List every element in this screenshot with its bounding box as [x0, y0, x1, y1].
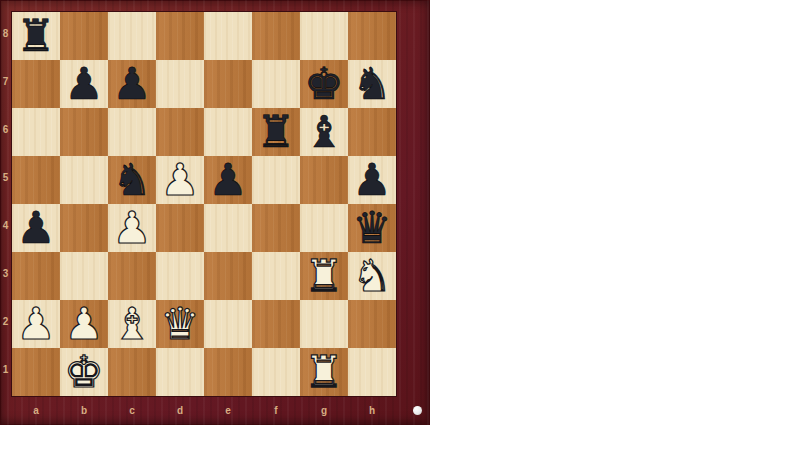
square-e6[interactable] [204, 108, 252, 156]
square-c8[interactable] [108, 12, 156, 60]
rank-label-3: 3 [0, 252, 11, 300]
black-knight-c5: ♞ [108, 156, 156, 204]
square-d8[interactable] [156, 12, 204, 60]
square-a2[interactable]: ♟ [12, 300, 60, 348]
square-c2[interactable]: ♝ [108, 300, 156, 348]
black-knight-h7: ♞ [348, 60, 396, 108]
square-a1[interactable] [12, 348, 60, 396]
white-pawn-b2: ♟ [60, 300, 108, 348]
rank-label-4: 4 [0, 204, 11, 252]
black-pawn-a4: ♟ [12, 204, 60, 252]
file-labels: abcdefgh [12, 399, 396, 423]
white-king-b1: ♚ [60, 348, 108, 396]
black-king-g7: ♚ [300, 60, 348, 108]
square-f6[interactable]: ♜ [252, 108, 300, 156]
square-f4[interactable] [252, 204, 300, 252]
white-to-move-indicator [413, 406, 422, 415]
square-d3[interactable] [156, 252, 204, 300]
square-d4[interactable] [156, 204, 204, 252]
square-h4[interactable]: ♛ [348, 204, 396, 252]
square-d7[interactable] [156, 60, 204, 108]
square-e7[interactable] [204, 60, 252, 108]
square-b3[interactable] [60, 252, 108, 300]
file-label-b: b [60, 399, 108, 423]
square-e2[interactable] [204, 300, 252, 348]
rank-label-8: 8 [0, 12, 11, 60]
square-f5[interactable] [252, 156, 300, 204]
rank-label-2: 2 [0, 300, 11, 348]
square-e4[interactable] [204, 204, 252, 252]
square-g4[interactable] [300, 204, 348, 252]
square-h3[interactable]: ♞ [348, 252, 396, 300]
square-h8[interactable] [348, 12, 396, 60]
rank-labels: 87654321 [0, 12, 11, 396]
square-a6[interactable] [12, 108, 60, 156]
white-bishop-c2: ♝ [108, 300, 156, 348]
square-a5[interactable] [12, 156, 60, 204]
square-d6[interactable] [156, 108, 204, 156]
rank-label-6: 6 [0, 108, 11, 156]
file-label-a: a [12, 399, 60, 423]
square-c6[interactable] [108, 108, 156, 156]
white-knight-h3: ♞ [348, 252, 396, 300]
square-c5[interactable]: ♞ [108, 156, 156, 204]
file-label-d: d [156, 399, 204, 423]
square-g1[interactable]: ♜ [300, 348, 348, 396]
square-h1[interactable] [348, 348, 396, 396]
square-a4[interactable]: ♟ [12, 204, 60, 252]
rank-label-7: 7 [0, 60, 11, 108]
square-a7[interactable] [12, 60, 60, 108]
square-b1[interactable]: ♚ [60, 348, 108, 396]
file-label-f: f [252, 399, 300, 423]
white-queen-d2: ♛ [156, 300, 204, 348]
square-b5[interactable] [60, 156, 108, 204]
white-pawn-d5: ♟ [156, 156, 204, 204]
black-pawn-h5: ♟ [348, 156, 396, 204]
square-b6[interactable] [60, 108, 108, 156]
file-label-e: e [204, 399, 252, 423]
square-b8[interactable] [60, 12, 108, 60]
square-d1[interactable] [156, 348, 204, 396]
file-label-g: g [300, 399, 348, 423]
square-d2[interactable]: ♛ [156, 300, 204, 348]
square-f7[interactable] [252, 60, 300, 108]
black-rook-f6: ♜ [252, 108, 300, 156]
square-c3[interactable] [108, 252, 156, 300]
square-h7[interactable]: ♞ [348, 60, 396, 108]
file-label-c: c [108, 399, 156, 423]
square-g3[interactable]: ♜ [300, 252, 348, 300]
black-pawn-b7: ♟ [60, 60, 108, 108]
square-f1[interactable] [252, 348, 300, 396]
square-e5[interactable]: ♟ [204, 156, 252, 204]
square-g6[interactable]: ♝ [300, 108, 348, 156]
square-h2[interactable] [348, 300, 396, 348]
square-f8[interactable] [252, 12, 300, 60]
square-a3[interactable] [12, 252, 60, 300]
rank-label-5: 5 [0, 156, 11, 204]
square-g7[interactable]: ♚ [300, 60, 348, 108]
white-rook-g1: ♜ [300, 348, 348, 396]
square-c1[interactable] [108, 348, 156, 396]
square-d5[interactable]: ♟ [156, 156, 204, 204]
file-label-h: h [348, 399, 396, 423]
square-g8[interactable] [300, 12, 348, 60]
square-h6[interactable] [348, 108, 396, 156]
board-grid: ♜♟♟♚♞♜♝♞♟♟♟♟♟♛♜♞♟♟♝♛♚♜ [11, 11, 397, 397]
square-g5[interactable] [300, 156, 348, 204]
square-b4[interactable] [60, 204, 108, 252]
square-g2[interactable] [300, 300, 348, 348]
square-b2[interactable]: ♟ [60, 300, 108, 348]
black-rook-a8: ♜ [12, 12, 60, 60]
white-pawn-c4: ♟ [108, 204, 156, 252]
square-a8[interactable]: ♜ [12, 12, 60, 60]
square-h5[interactable]: ♟ [348, 156, 396, 204]
square-f3[interactable] [252, 252, 300, 300]
square-f2[interactable] [252, 300, 300, 348]
square-c7[interactable]: ♟ [108, 60, 156, 108]
black-bishop-g6: ♝ [300, 108, 348, 156]
square-e1[interactable] [204, 348, 252, 396]
square-c4[interactable]: ♟ [108, 204, 156, 252]
black-pawn-c7: ♟ [108, 60, 156, 108]
white-rook-g3: ♜ [300, 252, 348, 300]
white-pawn-a2: ♟ [12, 300, 60, 348]
black-queen-h4: ♛ [348, 204, 396, 252]
square-e8[interactable] [204, 12, 252, 60]
square-b7[interactable]: ♟ [60, 60, 108, 108]
black-pawn-e5: ♟ [204, 156, 252, 204]
square-e3[interactable] [204, 252, 252, 300]
chess-board: ♜♟♟♚♞♜♝♞♟♟♟♟♟♛♜♞♟♟♝♛♚♜ 87654321 abcdefgh [0, 0, 430, 425]
rank-label-1: 1 [0, 348, 11, 396]
